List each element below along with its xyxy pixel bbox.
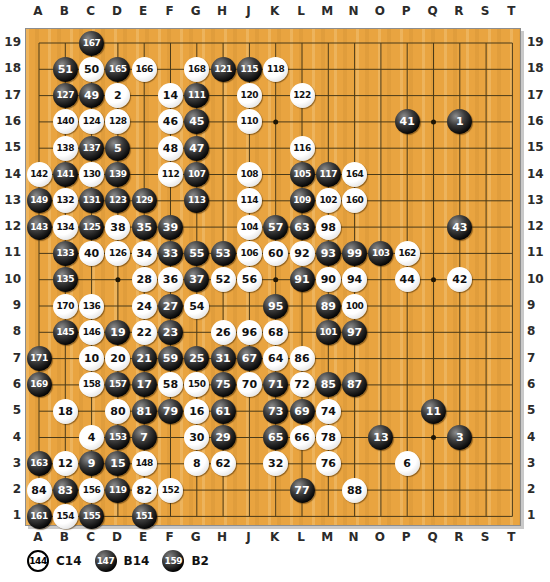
stone-E4: 7 — [132, 425, 157, 450]
stone-B3: 12 — [53, 451, 78, 476]
intersection-T3[interactable] — [499, 451, 525, 477]
col-label-top-B: B — [55, 4, 73, 18]
intersection-J4[interactable] — [236, 424, 262, 450]
stone-N2: 88 — [342, 478, 367, 503]
col-label-top-J: J — [239, 4, 257, 18]
col-label-bottom-R: R — [450, 530, 468, 544]
intersection-R3[interactable] — [447, 451, 473, 477]
intersection-M7[interactable] — [315, 345, 341, 371]
intersection-Q2[interactable] — [420, 477, 446, 503]
intersection-P13[interactable] — [394, 188, 420, 214]
intersection-P8[interactable] — [394, 319, 420, 345]
stone-M12: 98 — [316, 215, 341, 240]
intersection-N18[interactable] — [341, 56, 367, 82]
intersection-T4[interactable] — [499, 424, 525, 450]
intersection-N15[interactable] — [341, 135, 367, 161]
intersection-T6[interactable] — [499, 372, 525, 398]
stone-M10: 90 — [316, 267, 341, 292]
row-label-left-8: 8 — [1, 323, 21, 339]
intersection-S10[interactable] — [473, 267, 499, 293]
intersection-A10[interactable] — [26, 267, 52, 293]
intersection-T15[interactable] — [499, 135, 525, 161]
intersection-T7[interactable] — [499, 345, 525, 371]
intersection-S12[interactable] — [473, 214, 499, 240]
col-label-bottom-K: K — [266, 530, 284, 544]
stone-K11: 60 — [263, 241, 288, 266]
row-label-left-13: 13 — [1, 192, 21, 208]
intersection-Q7[interactable] — [420, 345, 446, 371]
stone-H18: 121 — [211, 57, 236, 82]
intersection-S3[interactable] — [473, 451, 499, 477]
intersection-S7[interactable] — [473, 345, 499, 371]
intersection-F19[interactable] — [157, 30, 183, 56]
row-label-left-2: 2 — [1, 481, 21, 497]
stone-D2: 119 — [105, 478, 130, 503]
intersection-T5[interactable] — [499, 398, 525, 424]
stone-G15: 47 — [184, 136, 209, 161]
intersection-S15[interactable] — [473, 135, 499, 161]
intersection-Q6[interactable] — [420, 372, 446, 398]
row-label-right-17: 17 — [527, 87, 547, 103]
col-label-top-F: F — [161, 4, 179, 18]
intersection-E14[interactable] — [131, 161, 157, 187]
intersection-A9[interactable] — [26, 293, 52, 319]
intersection-D19[interactable] — [105, 30, 131, 56]
intersection-L19[interactable] — [289, 30, 315, 56]
intersection-Q17[interactable] — [420, 82, 446, 108]
intersection-J19[interactable] — [236, 30, 262, 56]
row-label-left-9: 9 — [1, 297, 21, 313]
intersection-R13[interactable] — [447, 188, 473, 214]
col-label-top-E: E — [134, 4, 152, 18]
intersection-L9[interactable] — [289, 293, 315, 319]
stone-E5: 81 — [132, 399, 157, 424]
intersection-R2[interactable] — [447, 477, 473, 503]
row-label-right-9: 9 — [527, 297, 547, 313]
col-label-top-K: K — [266, 4, 284, 18]
intersection-N1[interactable] — [341, 503, 367, 529]
stone-K5: 73 — [263, 399, 288, 424]
stone-F11: 33 — [158, 241, 183, 266]
intersection-L3[interactable] — [289, 451, 315, 477]
stone-D12: 38 — [105, 215, 130, 240]
intersection-B4[interactable] — [52, 424, 78, 450]
intersection-N12[interactable] — [341, 214, 367, 240]
intersection-R9[interactable] — [447, 293, 473, 319]
intersection-S13[interactable] — [473, 188, 499, 214]
col-label-bottom-D: D — [108, 530, 126, 544]
intersection-T16[interactable] — [499, 109, 525, 135]
intersection-O9[interactable] — [368, 293, 394, 319]
row-label-right-2: 2 — [527, 481, 547, 497]
caption: 144 C14 147 B14 159 B2 — [27, 550, 215, 572]
intersection-H15[interactable] — [210, 135, 236, 161]
intersection-O17[interactable] — [368, 82, 394, 108]
intersection-P7[interactable] — [394, 345, 420, 371]
intersection-A18[interactable] — [26, 56, 52, 82]
intersection-D9[interactable] — [105, 293, 131, 319]
intersection-M15[interactable] — [315, 135, 341, 161]
intersection-B19[interactable] — [52, 30, 78, 56]
intersection-O18[interactable] — [368, 56, 394, 82]
intersection-M2[interactable] — [315, 477, 341, 503]
intersection-T8[interactable] — [499, 319, 525, 345]
col-label-top-Q: Q — [424, 4, 442, 18]
stone-L6: 72 — [290, 372, 315, 397]
stone-J11: 106 — [237, 241, 262, 266]
stone-F5: 79 — [158, 399, 183, 424]
intersection-K17[interactable] — [263, 82, 289, 108]
intersection-E15[interactable] — [131, 135, 157, 161]
intersection-K1[interactable] — [263, 503, 289, 529]
intersection-J3[interactable] — [236, 451, 262, 477]
stone-J7: 67 — [237, 346, 262, 371]
intersection-O12[interactable] — [368, 214, 394, 240]
intersection-O3[interactable] — [368, 451, 394, 477]
stone-B14: 141 — [53, 162, 78, 187]
stone-L13: 109 — [290, 188, 315, 213]
stone-D5: 80 — [105, 399, 130, 424]
intersection-Q15[interactable] — [420, 135, 446, 161]
intersection-A15[interactable] — [26, 135, 52, 161]
stone-B2: 83 — [53, 478, 78, 503]
stone-B12: 134 — [53, 215, 78, 240]
col-label-bottom-C: C — [82, 530, 100, 544]
intersection-J9[interactable] — [236, 293, 262, 319]
stone-L15: 116 — [290, 136, 315, 161]
intersection-C5[interactable] — [78, 398, 104, 424]
row-label-right-3: 3 — [527, 455, 547, 471]
intersection-S6[interactable] — [473, 372, 499, 398]
intersection-H16[interactable] — [210, 109, 236, 135]
intersection-T2[interactable] — [499, 477, 525, 503]
intersection-D10[interactable] — [105, 267, 131, 293]
col-label-top-C: C — [82, 4, 100, 18]
intersection-G8[interactable] — [184, 319, 210, 345]
intersection-C10[interactable] — [78, 267, 104, 293]
intersection-O10[interactable] — [368, 267, 394, 293]
intersection-H1[interactable] — [210, 503, 236, 529]
intersection-O19[interactable] — [368, 30, 394, 56]
intersection-R19[interactable] — [447, 30, 473, 56]
intersection-P17[interactable] — [394, 82, 420, 108]
col-label-bottom-E: E — [134, 530, 152, 544]
intersection-O8[interactable] — [368, 319, 394, 345]
intersection-F4[interactable] — [157, 424, 183, 450]
intersection-A8[interactable] — [26, 319, 52, 345]
intersection-O5[interactable] — [368, 398, 394, 424]
intersection-P2[interactable] — [394, 477, 420, 503]
stone-J14: 108 — [237, 162, 262, 187]
col-label-bottom-F: F — [161, 530, 179, 544]
col-label-bottom-P: P — [397, 530, 415, 544]
intersection-K2[interactable] — [263, 477, 289, 503]
col-label-bottom-B: B — [55, 530, 73, 544]
intersection-S5[interactable] — [473, 398, 499, 424]
intersection-P6[interactable] — [394, 372, 420, 398]
row-label-right-14: 14 — [527, 166, 547, 182]
intersection-S4[interactable] — [473, 424, 499, 450]
stone-F8: 23 — [158, 320, 183, 345]
row-label-right-19: 19 — [527, 34, 547, 50]
stone-K18: 118 — [263, 57, 288, 82]
row-label-right-5: 5 — [527, 402, 547, 418]
intersection-T13[interactable] — [499, 188, 525, 214]
stone-H5: 61 — [211, 399, 236, 424]
col-label-bottom-S: S — [476, 530, 494, 544]
intersection-S1[interactable] — [473, 503, 499, 529]
intersection-K15[interactable] — [263, 135, 289, 161]
stone-B9: 170 — [53, 294, 78, 319]
row-label-left-14: 14 — [1, 166, 21, 182]
col-label-top-S: S — [476, 4, 494, 18]
stone-C2: 156 — [79, 478, 104, 503]
go-board[interactable]: 1675150165166168121115118127492141111201… — [25, 28, 521, 526]
intersection-H14[interactable] — [210, 161, 236, 187]
intersection-N17[interactable] — [341, 82, 367, 108]
intersection-M18[interactable] — [315, 56, 341, 82]
stone-C18: 50 — [79, 57, 104, 82]
intersection-T14[interactable] — [499, 161, 525, 187]
intersection-O13[interactable] — [368, 188, 394, 214]
intersection-A4[interactable] — [26, 424, 52, 450]
stone-C4: 4 — [79, 425, 104, 450]
intersection-P18[interactable] — [394, 56, 420, 82]
intersection-Q1[interactable] — [420, 503, 446, 529]
intersection-Q3[interactable] — [420, 451, 446, 477]
intersection-A11[interactable] — [26, 240, 52, 266]
intersection-J2[interactable] — [236, 477, 262, 503]
intersection-O15[interactable] — [368, 135, 394, 161]
stone-J10: 56 — [237, 267, 262, 292]
intersection-K19[interactable] — [263, 30, 289, 56]
intersection-Q13[interactable] — [420, 188, 446, 214]
intersection-Q19[interactable] — [420, 30, 446, 56]
intersection-M17[interactable] — [315, 82, 341, 108]
intersection-Q14[interactable] — [420, 161, 446, 187]
col-label-top-D: D — [108, 4, 126, 18]
intersection-P15[interactable] — [394, 135, 420, 161]
intersection-T11[interactable] — [499, 240, 525, 266]
stone-B15: 138 — [53, 136, 78, 161]
intersection-O7[interactable] — [368, 345, 394, 371]
intersection-H19[interactable] — [210, 30, 236, 56]
intersection-T12[interactable] — [499, 214, 525, 240]
stone-L11: 92 — [290, 241, 315, 266]
stone-F14: 112 — [158, 162, 183, 187]
intersection-Q16[interactable] — [420, 109, 446, 135]
stone-P10: 44 — [395, 267, 420, 292]
intersection-R8[interactable] — [447, 319, 473, 345]
row-label-right-4: 4 — [527, 429, 547, 445]
stone-L10: 91 — [290, 267, 315, 292]
intersection-B7[interactable] — [52, 345, 78, 371]
stone-E7: 21 — [132, 346, 157, 371]
stone-P11: 162 — [395, 241, 420, 266]
stone-C14: 130 — [79, 162, 104, 187]
stone-A6: 169 — [27, 372, 52, 397]
intersection-S14[interactable] — [473, 161, 499, 187]
intersection-R1[interactable] — [447, 503, 473, 529]
intersection-R15[interactable] — [447, 135, 473, 161]
intersection-A17[interactable] — [26, 82, 52, 108]
intersection-S16[interactable] — [473, 109, 499, 135]
intersection-S2[interactable] — [473, 477, 499, 503]
intersection-P5[interactable] — [394, 398, 420, 424]
stone-N11: 99 — [342, 241, 367, 266]
stone-E8: 22 — [132, 320, 157, 345]
intersection-P19[interactable] — [394, 30, 420, 56]
stone-C1: 155 — [79, 504, 104, 529]
intersection-Q9[interactable] — [420, 293, 446, 319]
stone-J18: 115 — [237, 57, 262, 82]
intersection-T1[interactable] — [499, 503, 525, 529]
intersection-P1[interactable] — [394, 503, 420, 529]
intersection-J5[interactable] — [236, 398, 262, 424]
stone-C15: 137 — [79, 136, 104, 161]
intersection-T10[interactable] — [499, 267, 525, 293]
intersection-O16[interactable] — [368, 109, 394, 135]
col-label-top-A: A — [29, 4, 47, 18]
stone-E18: 166 — [132, 57, 157, 82]
stone-A14: 142 — [27, 162, 52, 187]
intersection-G19[interactable] — [184, 30, 210, 56]
stone-B17: 127 — [53, 83, 78, 108]
intersection-F3[interactable] — [157, 451, 183, 477]
intersection-Q12[interactable] — [420, 214, 446, 240]
intersection-F18[interactable] — [157, 56, 183, 82]
intersection-A5[interactable] — [26, 398, 52, 424]
intersection-T19[interactable] — [499, 30, 525, 56]
intersection-E17[interactable] — [131, 82, 157, 108]
intersection-M19[interactable] — [315, 30, 341, 56]
intersection-H12[interactable] — [210, 214, 236, 240]
intersection-T9[interactable] — [499, 293, 525, 319]
intersection-H2[interactable] — [210, 477, 236, 503]
intersection-E16[interactable] — [131, 109, 157, 135]
intersection-N3[interactable] — [341, 451, 367, 477]
col-label-bottom-N: N — [345, 530, 363, 544]
col-label-top-N: N — [345, 4, 363, 18]
stone-E9: 24 — [132, 294, 157, 319]
intersection-R5[interactable] — [447, 398, 473, 424]
intersection-F1[interactable] — [157, 503, 183, 529]
intersection-E19[interactable] — [131, 30, 157, 56]
row-label-right-15: 15 — [527, 139, 547, 155]
stone-P16: 41 — [395, 109, 420, 134]
row-label-left-4: 4 — [1, 429, 21, 445]
intersection-P4[interactable] — [394, 424, 420, 450]
stone-A3: 163 — [27, 451, 52, 476]
intersection-O2[interactable] — [368, 477, 394, 503]
stone-L12: 63 — [290, 215, 315, 240]
intersection-L16[interactable] — [289, 109, 315, 135]
intersection-Q8[interactable] — [420, 319, 446, 345]
intersection-J15[interactable] — [236, 135, 262, 161]
intersection-M1[interactable] — [315, 503, 341, 529]
intersection-K13[interactable] — [263, 188, 289, 214]
intersection-N4[interactable] — [341, 424, 367, 450]
intersection-F13[interactable] — [157, 188, 183, 214]
col-label-bottom-L: L — [292, 530, 310, 544]
intersection-S9[interactable] — [473, 293, 499, 319]
intersection-N19[interactable] — [341, 30, 367, 56]
stone-B18: 51 — [53, 57, 78, 82]
intersection-Q10[interactable] — [420, 267, 446, 293]
intersection-R14[interactable] — [447, 161, 473, 187]
row-label-left-16: 16 — [1, 113, 21, 129]
intersection-N7[interactable] — [341, 345, 367, 371]
intersection-O1[interactable] — [368, 503, 394, 529]
intersection-A16[interactable] — [26, 109, 52, 135]
intersection-S17[interactable] — [473, 82, 499, 108]
intersection-P12[interactable] — [394, 214, 420, 240]
intersection-S8[interactable] — [473, 319, 499, 345]
intersection-Q4[interactable] — [420, 424, 446, 450]
col-label-bottom-O: O — [371, 530, 389, 544]
intersection-J1[interactable] — [236, 503, 262, 529]
intersection-Q11[interactable] — [420, 240, 446, 266]
intersection-L18[interactable] — [289, 56, 315, 82]
intersection-P14[interactable] — [394, 161, 420, 187]
intersection-R7[interactable] — [447, 345, 473, 371]
col-label-top-H: H — [213, 4, 231, 18]
intersection-O14[interactable] — [368, 161, 394, 187]
intersection-L8[interactable] — [289, 319, 315, 345]
stone-P3: 6 — [395, 451, 420, 476]
row-label-left-1: 1 — [1, 507, 21, 523]
intersection-K16[interactable] — [263, 109, 289, 135]
intersection-R6[interactable] — [447, 372, 473, 398]
intersection-B6[interactable] — [52, 372, 78, 398]
intersection-N5[interactable] — [341, 398, 367, 424]
intersection-H9[interactable] — [210, 293, 236, 319]
intersection-H13[interactable] — [210, 188, 236, 214]
intersection-M16[interactable] — [315, 109, 341, 135]
intersection-Q18[interactable] — [420, 56, 446, 82]
intersection-H17[interactable] — [210, 82, 236, 108]
caption-point-159: B2 — [191, 554, 209, 568]
row-label-right-10: 10 — [527, 271, 547, 287]
intersection-R17[interactable] — [447, 82, 473, 108]
intersection-O6[interactable] — [368, 372, 394, 398]
caption-point-144: C14 — [56, 554, 82, 568]
stone-E1: 151 — [132, 504, 157, 529]
intersection-K14[interactable] — [263, 161, 289, 187]
intersection-T17[interactable] — [499, 82, 525, 108]
intersection-R18[interactable] — [447, 56, 473, 82]
stone-L14: 105 — [290, 162, 315, 187]
stone-R12: 43 — [447, 215, 472, 240]
stone-C9: 136 — [79, 294, 104, 319]
intersection-S18[interactable] — [473, 56, 499, 82]
intersection-G1[interactable] — [184, 503, 210, 529]
intersection-K10[interactable] — [263, 267, 289, 293]
intersection-L1[interactable] — [289, 503, 315, 529]
intersection-G12[interactable] — [184, 214, 210, 240]
caption-stone-black-147: 147 — [95, 550, 117, 572]
intersection-N16[interactable] — [341, 109, 367, 135]
intersection-G2[interactable] — [184, 477, 210, 503]
intersection-S19[interactable] — [473, 30, 499, 56]
intersection-P9[interactable] — [394, 293, 420, 319]
intersection-S11[interactable] — [473, 240, 499, 266]
intersection-R11[interactable] — [447, 240, 473, 266]
intersection-A19[interactable] — [26, 30, 52, 56]
intersection-D1[interactable] — [105, 503, 131, 529]
stone-B10: 135 — [53, 267, 78, 292]
intersection-T18[interactable] — [499, 56, 525, 82]
